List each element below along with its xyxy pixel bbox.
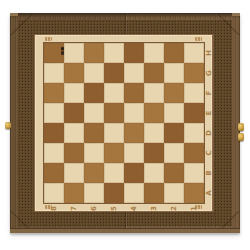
board-photo: 87654321 HGFEDCBA — [0, 0, 250, 250]
board-square[interactable] — [124, 83, 144, 103]
board-square[interactable] — [44, 123, 64, 143]
board-square[interactable] — [64, 83, 84, 103]
carved-stipple-band-left — [18, 20, 34, 226]
file-label: F — [199, 90, 219, 97]
board-squares-grid — [43, 42, 205, 204]
brass-clasp-icon — [5, 122, 11, 129]
board-square[interactable] — [44, 103, 64, 123]
board-square[interactable] — [44, 163, 64, 183]
brass-hinge-icon — [238, 133, 244, 141]
board-top-edge — [10, 13, 240, 18]
maker-stamp — [61, 47, 64, 55]
file-label: D — [199, 130, 219, 137]
file-label: C — [199, 150, 219, 157]
board-square[interactable] — [84, 63, 104, 83]
board-square[interactable] — [144, 163, 164, 183]
board-square[interactable] — [84, 143, 104, 163]
board-bottom-edge — [10, 228, 240, 233]
board-square[interactable] — [84, 43, 104, 63]
rank-label: 2 — [171, 198, 178, 218]
file-label: B — [199, 170, 219, 177]
board-square[interactable] — [64, 143, 84, 163]
board-square[interactable] — [64, 43, 84, 63]
board-square[interactable] — [104, 63, 124, 83]
board-square[interactable] — [144, 63, 164, 83]
board-square[interactable] — [164, 43, 184, 63]
board-square[interactable] — [44, 63, 64, 83]
rank-labels-row: 87654321 — [44, 205, 204, 212]
board-square[interactable] — [84, 163, 104, 183]
board-square[interactable] — [124, 103, 144, 123]
board-square[interactable] — [144, 43, 164, 63]
board-square[interactable] — [104, 143, 124, 163]
board-square[interactable] — [104, 123, 124, 143]
board-square[interactable] — [44, 143, 64, 163]
rank-label: 3 — [151, 198, 158, 218]
board-square[interactable] — [124, 123, 144, 143]
board-square[interactable] — [104, 43, 124, 63]
board-square[interactable] — [144, 143, 164, 163]
board-square[interactable] — [64, 163, 84, 183]
board-square[interactable] — [44, 83, 64, 103]
board-square[interactable] — [144, 103, 164, 123]
board-square[interactable] — [144, 123, 164, 143]
board-square[interactable] — [104, 163, 124, 183]
board-square[interactable] — [124, 163, 144, 183]
board-edge-highlight — [10, 13, 18, 16]
board-square[interactable] — [164, 123, 184, 143]
board-square[interactable] — [124, 43, 144, 63]
board-square[interactable] — [84, 123, 104, 143]
file-label: H — [199, 50, 219, 57]
board-square[interactable] — [164, 163, 184, 183]
rank-label: 7 — [71, 198, 78, 218]
file-label: E — [199, 110, 219, 117]
brass-hinge-icon — [238, 123, 244, 131]
board-square[interactable] — [84, 103, 104, 123]
board-square[interactable] — [124, 143, 144, 163]
board-square[interactable] — [124, 63, 144, 83]
board-square[interactable] — [64, 103, 84, 123]
file-labels-column: HGFEDCBA — [205, 43, 212, 203]
file-label: A — [199, 190, 219, 197]
board-square[interactable] — [64, 123, 84, 143]
rank-label: 5 — [111, 198, 118, 218]
rank-label: 6 — [91, 198, 98, 218]
border-ornament — [195, 37, 202, 41]
board-square[interactable] — [164, 143, 184, 163]
board-square[interactable] — [164, 103, 184, 123]
board-square[interactable] — [104, 83, 124, 103]
board-square[interactable] — [164, 83, 184, 103]
board-square[interactable] — [164, 63, 184, 83]
board-square[interactable] — [144, 83, 164, 103]
board-square[interactable] — [84, 83, 104, 103]
border-ornament — [45, 37, 52, 41]
rank-label: 4 — [131, 198, 138, 218]
board-edge-highlight — [232, 13, 240, 16]
chess-board: 87654321 HGFEDCBA — [10, 13, 240, 233]
rank-label: 8 — [51, 198, 58, 218]
rank-label: 1 — [191, 198, 198, 218]
file-label: G — [199, 70, 219, 77]
board-square[interactable] — [64, 63, 84, 83]
board-square[interactable] — [104, 103, 124, 123]
